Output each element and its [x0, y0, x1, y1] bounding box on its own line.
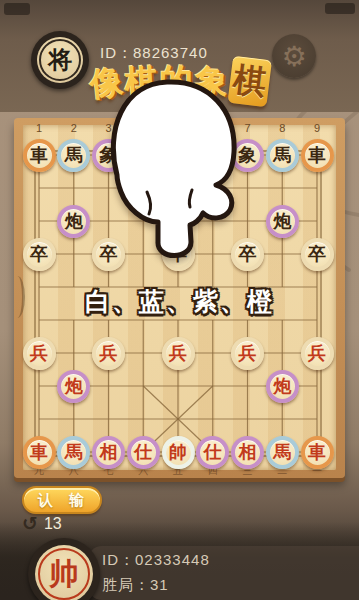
board-piece-馬[interactable]: 馬: [266, 139, 299, 172]
board-piece-車[interactable]: 車: [23, 436, 56, 469]
board-piece-象[interactable]: 象: [231, 139, 264, 172]
board-piece-炮[interactable]: 炮: [57, 205, 90, 238]
board-piece-士[interactable]: 士: [196, 139, 229, 172]
board-piece-卒[interactable]: 卒: [231, 238, 264, 271]
board-piece-炮[interactable]: 炮: [266, 205, 299, 238]
column-label-top: 5: [168, 122, 188, 134]
board-piece-兵[interactable]: 兵: [92, 337, 125, 370]
column-label-top: 1: [29, 122, 49, 134]
game-title: 像棋的象棋: [0, 60, 359, 107]
board-piece-車[interactable]: 車: [301, 436, 334, 469]
statusbar-left-shadow: [4, 3, 30, 15]
player-wins: 胜局：31: [102, 576, 169, 595]
title-char: 棋: [124, 59, 159, 106]
column-label-top: 9: [307, 122, 327, 134]
board-piece-將[interactable]: 將: [162, 139, 195, 172]
player-id: ID：02333448: [102, 551, 210, 570]
board-piece-仕[interactable]: 仕: [196, 436, 229, 469]
board-piece-馬[interactable]: 馬: [57, 139, 90, 172]
board-piece-仕[interactable]: 仕: [127, 436, 160, 469]
board-piece-兵[interactable]: 兵: [301, 337, 334, 370]
title-char: 的: [160, 59, 193, 104]
title-char: 象: [194, 59, 229, 106]
column-label-top: 2: [64, 122, 84, 134]
column-label-top: 3: [99, 122, 119, 134]
board-piece-相[interactable]: 相: [92, 436, 125, 469]
title-char: 像: [88, 60, 126, 108]
move-timer: ↺ 13: [22, 514, 62, 533]
statusbar-right-shadow: [325, 3, 355, 14]
board-piece-車[interactable]: 車: [301, 139, 334, 172]
timer-value: 13: [44, 515, 62, 533]
hint-text: 白、蓝、紫、橙: [0, 285, 359, 318]
board-piece-馬[interactable]: 馬: [57, 436, 90, 469]
column-label-top: 4: [133, 122, 153, 134]
board-piece-卒[interactable]: 卒: [162, 238, 195, 271]
column-label-top: 8: [272, 122, 292, 134]
history-clock-icon: ↺: [22, 514, 38, 533]
column-label-top: 7: [238, 122, 258, 134]
board-piece-卒[interactable]: 卒: [92, 238, 125, 271]
board-piece-炮[interactable]: 炮: [57, 370, 90, 403]
title-tile-char: 棋: [228, 56, 272, 107]
board-piece-卒[interactable]: 卒: [23, 238, 56, 271]
resign-button[interactable]: 认 输: [22, 486, 102, 514]
board-piece-兵[interactable]: 兵: [231, 337, 264, 370]
board-piece-象[interactable]: 象: [92, 139, 125, 172]
board-piece-士[interactable]: 士: [127, 139, 160, 172]
player-avatar: 帅: [28, 538, 100, 600]
board-piece-兵[interactable]: 兵: [23, 337, 56, 370]
board-piece-兵[interactable]: 兵: [162, 337, 195, 370]
board-piece-帥[interactable]: 帥: [162, 436, 195, 469]
player-avatar-piece: 帅: [38, 548, 91, 600]
column-label-top: 6: [203, 122, 223, 134]
board-piece-車[interactable]: 車: [23, 139, 56, 172]
board-piece-炮[interactable]: 炮: [266, 370, 299, 403]
board-piece-馬[interactable]: 馬: [266, 436, 299, 469]
board-piece-相[interactable]: 相: [231, 436, 264, 469]
board-piece-卒[interactable]: 卒: [301, 238, 334, 271]
